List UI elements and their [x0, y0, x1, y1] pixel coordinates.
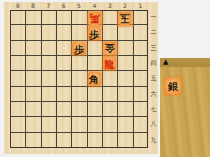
board-cell[interactable]	[102, 26, 117, 41]
rank-labels: 一二三四五六七八九	[149, 10, 158, 148]
board-cell[interactable]	[11, 132, 26, 147]
board-cell[interactable]	[11, 87, 26, 102]
board-cell[interactable]	[117, 41, 132, 56]
piece-glyph: 玉	[119, 13, 129, 23]
rank-label: 三	[149, 41, 158, 56]
piece-glyph: 歩	[89, 29, 99, 39]
file-label: 5	[71, 2, 86, 10]
board-cell[interactable]	[132, 26, 147, 41]
shogi-piece-fu[interactable]: 歩	[88, 27, 101, 40]
board-cell[interactable]	[132, 41, 147, 56]
board-cell[interactable]	[26, 11, 41, 26]
board-cell[interactable]	[102, 87, 117, 102]
board-cell[interactable]	[132, 87, 147, 102]
board-cell[interactable]	[56, 132, 71, 147]
board-cell[interactable]: 歩	[71, 41, 86, 56]
shogi-piece-uma[interactable]: 馬	[88, 12, 101, 25]
board-cell[interactable]	[26, 117, 41, 132]
shogi-piece-kaku[interactable]: 角	[88, 72, 101, 85]
board-cell[interactable]	[87, 132, 102, 147]
board-cell[interactable]	[71, 117, 86, 132]
board-cell[interactable]	[132, 11, 147, 26]
board-cell[interactable]	[87, 87, 102, 102]
rank-label: 六	[149, 87, 158, 102]
file-labels: 987654321	[10, 2, 148, 10]
shogi-board-panel: 987654321 馬玉歩歩金龍角 一二三四五六七八九	[4, 2, 158, 154]
board-cell[interactable]	[56, 71, 71, 86]
board-cell[interactable]	[41, 71, 56, 86]
board-cell[interactable]	[26, 132, 41, 147]
rank-label: 四	[149, 56, 158, 71]
komadai-header: ▲	[160, 58, 210, 67]
rank-label: 五	[149, 71, 158, 86]
board-cell[interactable]	[87, 56, 102, 71]
board-cell[interactable]	[56, 41, 71, 56]
board-cell[interactable]	[41, 41, 56, 56]
board-cell[interactable]	[117, 132, 132, 147]
hand-piece-gin[interactable]: 銀	[165, 78, 181, 95]
board-cell[interactable]	[132, 56, 147, 71]
board-cell[interactable]	[102, 117, 117, 132]
board-cell[interactable]	[11, 117, 26, 132]
shogi-piece-fu[interactable]: 歩	[72, 42, 85, 55]
hand-area: 銀	[160, 67, 210, 157]
board-cell[interactable]: 角	[87, 71, 102, 86]
board-cell[interactable]: 歩	[87, 26, 102, 41]
file-label: 7	[41, 2, 56, 10]
board-cell[interactable]	[132, 71, 147, 86]
board-cell[interactable]	[26, 71, 41, 86]
board-cell[interactable]	[71, 102, 86, 117]
board-cell[interactable]	[102, 71, 117, 86]
board-cell[interactable]	[26, 26, 41, 41]
file-label: 3	[102, 2, 117, 10]
piece-glyph: 角	[89, 74, 99, 84]
piece-glyph: 金	[104, 43, 114, 53]
board-cell[interactable]	[117, 56, 132, 71]
board-cell[interactable]	[87, 41, 102, 56]
board-cell[interactable]	[117, 117, 132, 132]
board-cell[interactable]	[71, 71, 86, 86]
file-label: 1	[133, 2, 148, 10]
board-cell[interactable]	[56, 11, 71, 26]
board-cell[interactable]	[56, 102, 71, 117]
board-cell[interactable]	[102, 102, 117, 117]
board-cell[interactable]	[26, 56, 41, 71]
board-cell[interactable]	[11, 71, 26, 86]
board-cell[interactable]	[41, 132, 56, 147]
board-cell[interactable]: 玉	[117, 11, 132, 26]
shogi-piece-ryu[interactable]: 龍	[103, 57, 116, 70]
file-label: 2	[117, 2, 132, 10]
board-cell[interactable]	[56, 26, 71, 41]
piece-glyph: 馬	[89, 13, 99, 23]
file-label: 4	[87, 2, 102, 10]
shogi-piece-gyoku[interactable]: 玉	[118, 12, 131, 25]
board-cell[interactable]	[132, 117, 147, 132]
board-cell[interactable]	[41, 117, 56, 132]
board-cell[interactable]	[11, 26, 26, 41]
board-cell[interactable]	[11, 56, 26, 71]
board-cell[interactable]	[41, 11, 56, 26]
board-cell[interactable]	[117, 87, 132, 102]
board-cell[interactable]	[132, 102, 147, 117]
komadai: ▲ 銀	[160, 58, 210, 157]
board-cell[interactable]	[117, 102, 132, 117]
board-cell[interactable]	[56, 87, 71, 102]
board-cell[interactable]: 金	[102, 41, 117, 56]
board-cell[interactable]	[26, 41, 41, 56]
board-cell[interactable]	[102, 132, 117, 147]
board-cell[interactable]	[71, 56, 86, 71]
rank-label: 九	[149, 133, 158, 148]
board-cell[interactable]	[71, 11, 86, 26]
board-cell[interactable]	[71, 87, 86, 102]
board-cell[interactable]	[117, 26, 132, 41]
board-cell[interactable]	[26, 87, 41, 102]
board-cell[interactable]	[71, 132, 86, 147]
board-cell[interactable]	[87, 102, 102, 117]
board-cell[interactable]	[11, 41, 26, 56]
board-cell[interactable]	[132, 132, 147, 147]
rank-label: 一	[149, 10, 158, 25]
board-cell[interactable]	[102, 11, 117, 26]
board-cell[interactable]	[41, 56, 56, 71]
board-cell[interactable]	[26, 102, 41, 117]
board-cell[interactable]	[56, 117, 71, 132]
board-cell[interactable]: 馬	[87, 11, 102, 26]
board-cell[interactable]	[56, 56, 71, 71]
board-cell[interactable]	[71, 26, 86, 41]
board-cell[interactable]	[117, 71, 132, 86]
file-label: 9	[10, 2, 25, 10]
file-label: 6	[56, 2, 71, 10]
board-cell[interactable]	[11, 102, 26, 117]
rank-label: 七	[149, 102, 158, 117]
board-cell[interactable]	[41, 87, 56, 102]
board-cell[interactable]	[11, 11, 26, 26]
piece-glyph: 銀	[168, 82, 178, 92]
shogi-piece-kin[interactable]: 金	[103, 42, 116, 55]
file-label: 8	[25, 2, 40, 10]
rank-label: 二	[149, 25, 158, 40]
board-cell[interactable]	[87, 117, 102, 132]
shogi-board: 馬玉歩歩金龍角	[10, 10, 148, 148]
board-cell[interactable]	[41, 102, 56, 117]
piece-glyph: 歩	[74, 44, 84, 54]
board-cell[interactable]	[41, 26, 56, 41]
board-cell[interactable]: 龍	[102, 56, 117, 71]
rank-label: 八	[149, 117, 158, 132]
sente-marker-icon: ▲	[163, 58, 168, 67]
piece-glyph: 龍	[104, 59, 114, 69]
